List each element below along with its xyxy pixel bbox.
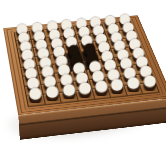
disc-white[interactable]: ● bbox=[60, 81, 77, 97]
othello-wooden-box: ●●●●●●●●●●●●●●●●●●●●●●●●●●●●●●●●●●●●●●●●… bbox=[3, 15, 166, 115]
disc-white[interactable]: ● bbox=[76, 79, 93, 95]
board-cell[interactable]: ● bbox=[43, 93, 61, 104]
disc-white[interactable]: ● bbox=[27, 85, 44, 101]
board-top-surface: ●●●●●●●●●●●●●●●●●●●●●●●●●●●●●●●●●●●●●●●●… bbox=[3, 15, 166, 115]
board-cell[interactable]: ● bbox=[60, 92, 78, 103]
disc-white[interactable]: ● bbox=[93, 78, 110, 94]
board-cell[interactable]: ● bbox=[76, 90, 94, 101]
board-3d-anchor: ●●●●●●●●●●●●●●●●●●●●●●●●●●●●●●●●●●●●●●●●… bbox=[10, 0, 156, 134]
board-cell[interactable]: ● bbox=[124, 85, 142, 96]
disc-white[interactable]: ● bbox=[109, 76, 126, 92]
board-cell[interactable]: ● bbox=[27, 95, 44, 106]
othello-board-grid: ●●●●●●●●●●●●●●●●●●●●●●●●●●●●●●●●●●●●●●●●… bbox=[14, 21, 160, 107]
product-photo-scene: ●●●●●●●●●●●●●●●●●●●●●●●●●●●●●●●●●●●●●●●●… bbox=[0, 0, 166, 150]
board-cell[interactable]: ● bbox=[140, 83, 159, 94]
disc-white[interactable]: ● bbox=[125, 74, 142, 90]
board-cell[interactable]: ● bbox=[92, 88, 110, 99]
disc-white[interactable]: ● bbox=[44, 83, 61, 99]
board-cell[interactable]: ● bbox=[108, 86, 126, 97]
disc-white[interactable]: ● bbox=[141, 73, 158, 89]
